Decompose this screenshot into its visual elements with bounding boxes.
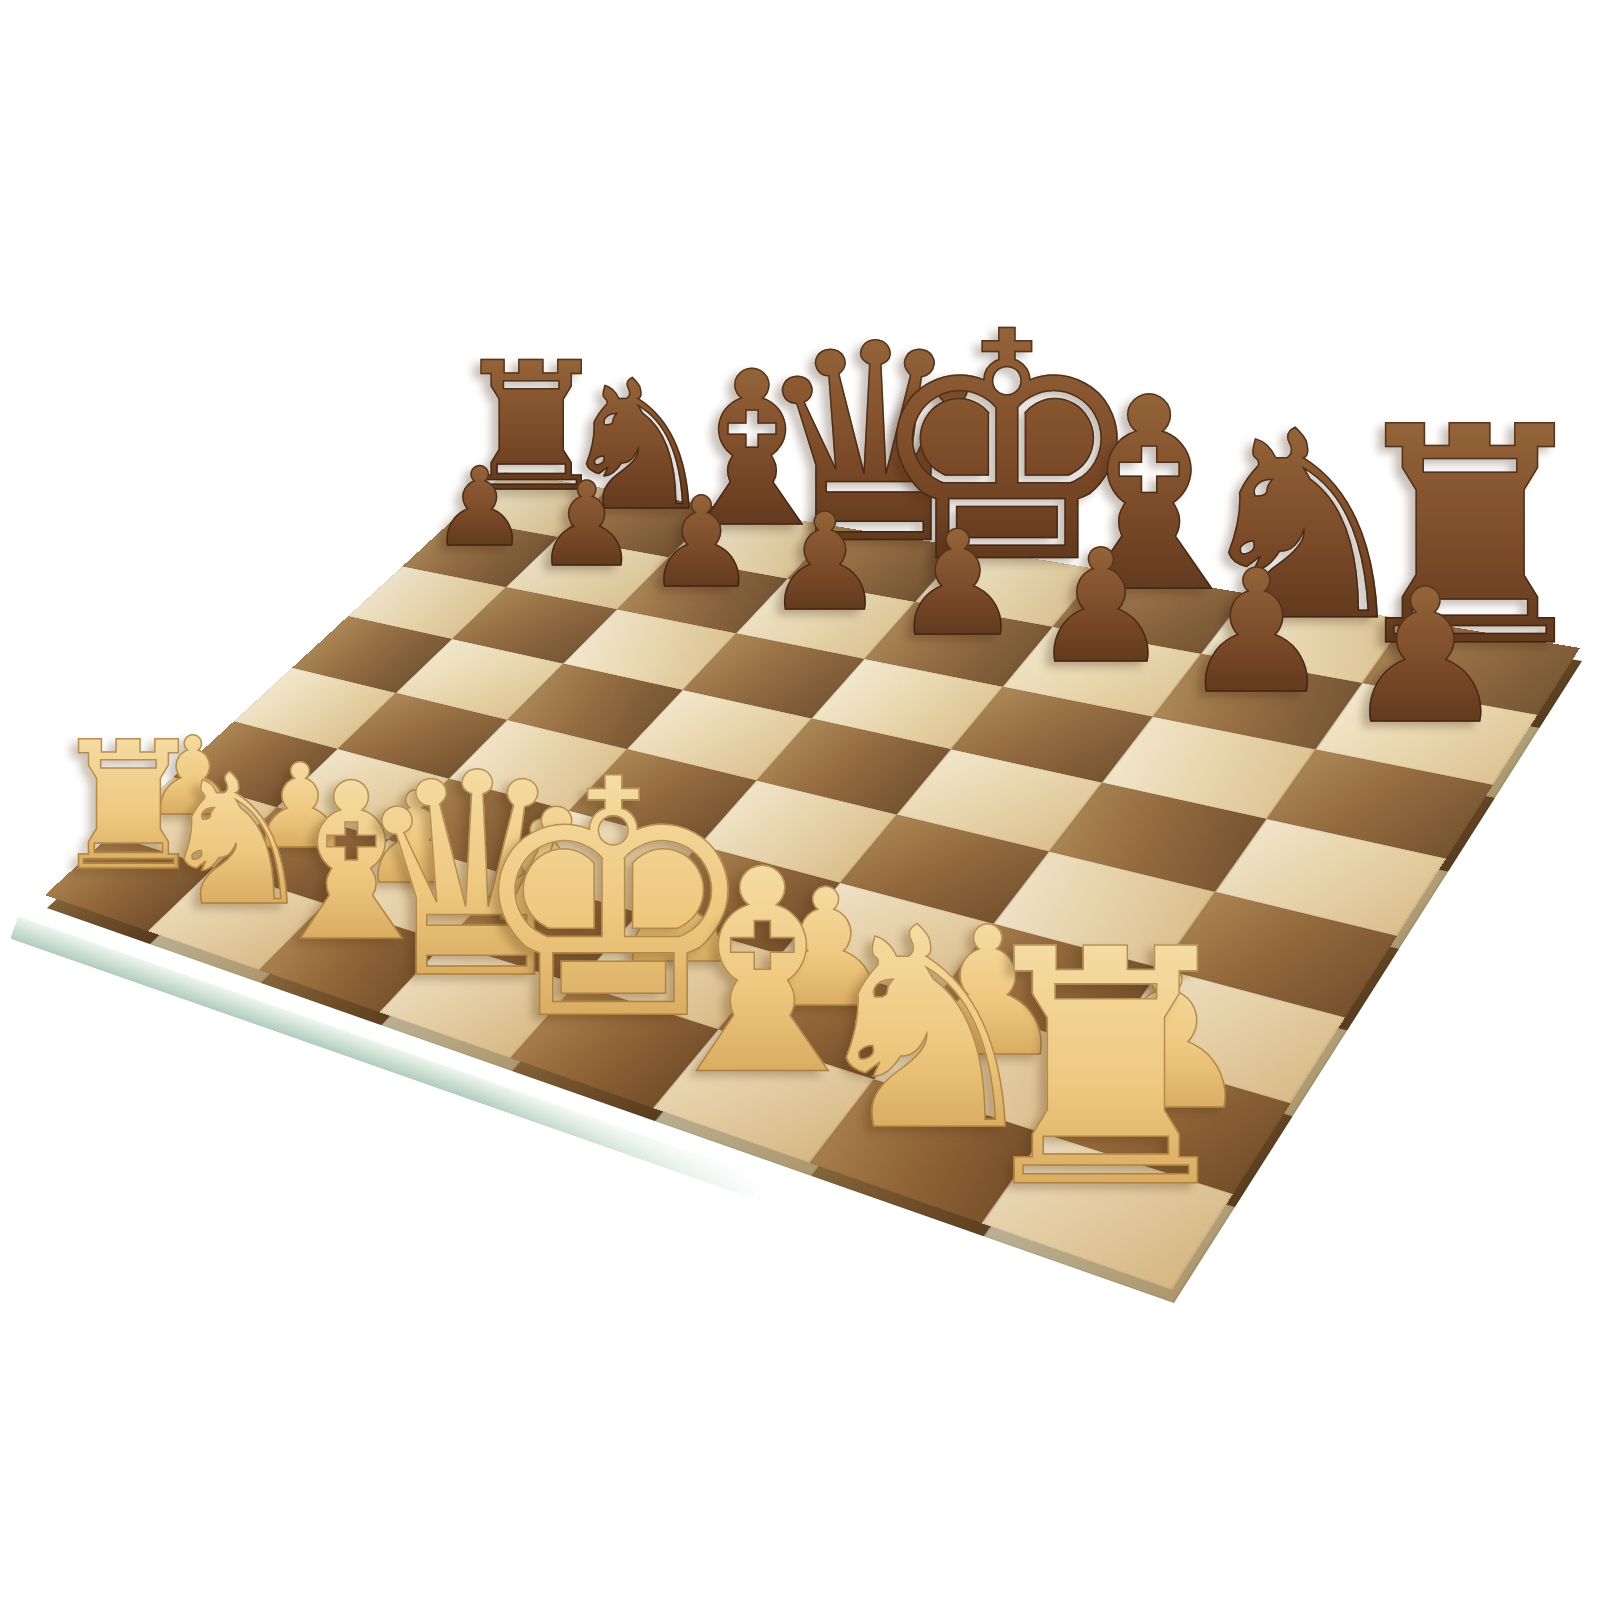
piece-black-pawn[interactable]: ♟ (431, 454, 529, 563)
piece-black-pawn[interactable]: ♟ (1031, 529, 1171, 686)
piece-black-pawn[interactable]: ♟ (765, 496, 885, 630)
piece-black-pawn[interactable]: ♟ (646, 481, 758, 606)
piece-black-pawn[interactable]: ♟ (1180, 547, 1332, 717)
piece-black-pawn[interactable]: ♟ (535, 467, 639, 583)
stage: minimalist geometric wooden chess set, s… (0, 0, 1600, 1600)
piece-white-rook[interactable]: ♜ (960, 908, 1252, 1234)
caption: minimalist geometric wooden chess set, s… (0, 0, 1, 1)
piece-black-pawn[interactable]: ♟ (893, 512, 1023, 657)
piece-black-pawn[interactable]: ♟ (1342, 565, 1508, 750)
